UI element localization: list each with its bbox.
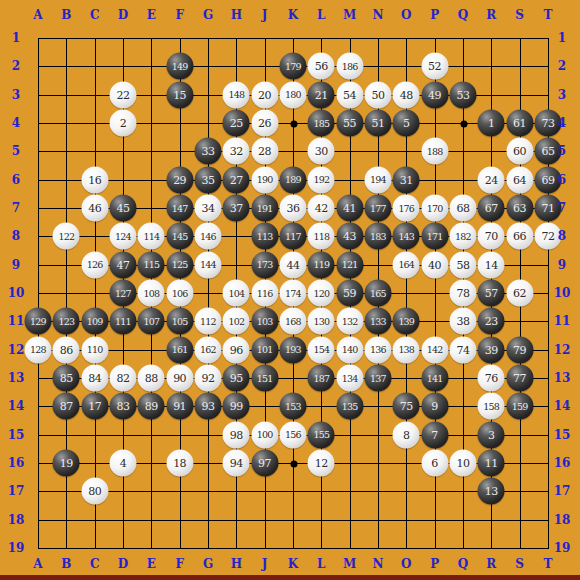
- stone-white-74[interactable]: 74: [449, 336, 476, 363]
- point-f8[interactable]: 145: [165, 222, 193, 250]
- point-d8[interactable]: 124: [109, 222, 137, 250]
- stone-white-154[interactable]: 154: [308, 336, 335, 363]
- point-q17[interactable]: [449, 477, 477, 505]
- stone-black-37[interactable]: 37: [223, 194, 250, 221]
- point-e11[interactable]: 107: [137, 307, 165, 335]
- stone-black-113[interactable]: 113: [251, 223, 278, 250]
- stone-white-174[interactable]: 174: [279, 279, 306, 306]
- point-r10[interactable]: 57: [477, 279, 505, 307]
- stone-white-62[interactable]: 62: [506, 279, 533, 306]
- stone-white-86[interactable]: 86: [53, 336, 80, 363]
- stone-black-21[interactable]: 21: [308, 81, 335, 108]
- point-p1[interactable]: [420, 24, 448, 52]
- point-q4[interactable]: [449, 109, 477, 137]
- point-s15[interactable]: [505, 420, 533, 448]
- point-c16[interactable]: [80, 449, 108, 477]
- point-o13[interactable]: [392, 364, 420, 392]
- stone-white-84[interactable]: 84: [81, 364, 108, 391]
- stone-black-25[interactable]: 25: [223, 109, 250, 136]
- stone-black-153[interactable]: 153: [279, 393, 306, 420]
- point-g16[interactable]: [194, 449, 222, 477]
- point-l18[interactable]: [307, 505, 335, 533]
- stone-black-51[interactable]: 51: [364, 109, 391, 136]
- point-d15[interactable]: [109, 420, 137, 448]
- point-m13[interactable]: 134: [335, 364, 363, 392]
- stone-black-43[interactable]: 43: [336, 223, 363, 250]
- point-h10[interactable]: 104: [222, 279, 250, 307]
- stone-white-106[interactable]: 106: [166, 279, 193, 306]
- point-m3[interactable]: 54: [335, 80, 363, 108]
- stone-black-177[interactable]: 177: [364, 194, 391, 221]
- point-j16[interactable]: 97: [250, 449, 278, 477]
- point-b15[interactable]: [52, 420, 80, 448]
- stone-black-193[interactable]: 193: [279, 336, 306, 363]
- stone-black-117[interactable]: 117: [279, 223, 306, 250]
- point-m7[interactable]: 41: [335, 194, 363, 222]
- stone-white-46[interactable]: 46: [81, 194, 108, 221]
- stone-black-93[interactable]: 93: [194, 393, 221, 420]
- stone-white-42[interactable]: 42: [308, 194, 335, 221]
- stone-white-98[interactable]: 98: [223, 421, 250, 448]
- point-b9[interactable]: [52, 250, 80, 278]
- point-j11[interactable]: 103: [250, 307, 278, 335]
- point-c6[interactable]: 16: [80, 165, 108, 193]
- stone-white-88[interactable]: 88: [138, 364, 165, 391]
- point-d11[interactable]: 111: [109, 307, 137, 335]
- stone-white-156[interactable]: 156: [279, 421, 306, 448]
- point-o18[interactable]: [392, 505, 420, 533]
- point-h9[interactable]: [222, 250, 250, 278]
- stone-white-112[interactable]: 112: [194, 308, 221, 335]
- point-j13[interactable]: 151: [250, 364, 278, 392]
- stone-black-91[interactable]: 91: [166, 393, 193, 420]
- point-p17[interactable]: [420, 477, 448, 505]
- point-o1[interactable]: [392, 24, 420, 52]
- point-s18[interactable]: [505, 505, 533, 533]
- stone-black-189[interactable]: 189: [279, 166, 306, 193]
- point-c1[interactable]: [80, 24, 108, 52]
- point-b7[interactable]: [52, 194, 80, 222]
- stone-white-118[interactable]: 118: [308, 223, 335, 250]
- stone-black-55[interactable]: 55: [336, 109, 363, 136]
- point-s7[interactable]: 63: [505, 194, 533, 222]
- point-a14[interactable]: [24, 392, 52, 420]
- point-d3[interactable]: 22: [109, 80, 137, 108]
- point-d5[interactable]: [109, 137, 137, 165]
- stone-black-159[interactable]: 159: [506, 393, 533, 420]
- stone-white-28[interactable]: 28: [251, 138, 278, 165]
- stone-white-170[interactable]: 170: [421, 194, 448, 221]
- point-h2[interactable]: [222, 52, 250, 80]
- stone-black-67[interactable]: 67: [478, 194, 505, 221]
- stone-black-63[interactable]: 63: [506, 194, 533, 221]
- point-c7[interactable]: 46: [80, 194, 108, 222]
- point-l1[interactable]: [307, 24, 335, 52]
- stone-black-33[interactable]: 33: [194, 138, 221, 165]
- stone-black-183[interactable]: 183: [364, 223, 391, 250]
- point-c2[interactable]: [80, 52, 108, 80]
- point-j2[interactable]: [250, 52, 278, 80]
- stone-white-26[interactable]: 26: [251, 109, 278, 136]
- point-a3[interactable]: [24, 80, 52, 108]
- point-l6[interactable]: 192: [307, 165, 335, 193]
- point-e15[interactable]: [137, 420, 165, 448]
- point-l15[interactable]: 155: [307, 420, 335, 448]
- point-d1[interactable]: [109, 24, 137, 52]
- point-j6[interactable]: 190: [250, 165, 278, 193]
- stone-white-110[interactable]: 110: [81, 336, 108, 363]
- stone-white-68[interactable]: 68: [449, 194, 476, 221]
- point-n9[interactable]: [364, 250, 392, 278]
- point-b16[interactable]: 19: [52, 449, 80, 477]
- point-k17[interactable]: [279, 477, 307, 505]
- point-h13[interactable]: 95: [222, 364, 250, 392]
- stone-black-97[interactable]: 97: [251, 449, 278, 476]
- point-o8[interactable]: 143: [392, 222, 420, 250]
- stone-white-32[interactable]: 32: [223, 138, 250, 165]
- point-e10[interactable]: 108: [137, 279, 165, 307]
- stone-white-48[interactable]: 48: [393, 81, 420, 108]
- point-g13[interactable]: 92: [194, 364, 222, 392]
- point-s8[interactable]: 66: [505, 222, 533, 250]
- stone-white-100[interactable]: 100: [251, 421, 278, 448]
- point-j15[interactable]: 100: [250, 420, 278, 448]
- stone-white-80[interactable]: 80: [81, 478, 108, 505]
- point-n8[interactable]: 183: [364, 222, 392, 250]
- stone-white-120[interactable]: 120: [308, 279, 335, 306]
- point-o4[interactable]: 5: [392, 109, 420, 137]
- point-e4[interactable]: [137, 109, 165, 137]
- point-e3[interactable]: [137, 80, 165, 108]
- point-k4[interactable]: [279, 109, 307, 137]
- stone-white-158[interactable]: 158: [478, 393, 505, 420]
- point-e13[interactable]: 88: [137, 364, 165, 392]
- point-r5[interactable]: [477, 137, 505, 165]
- point-r15[interactable]: 3: [477, 420, 505, 448]
- stone-white-104[interactable]: 104: [223, 279, 250, 306]
- point-p12[interactable]: 142: [420, 335, 448, 363]
- stone-black-61[interactable]: 61: [506, 109, 533, 136]
- stone-white-10[interactable]: 10: [449, 449, 476, 476]
- stone-white-24[interactable]: 24: [478, 166, 505, 193]
- point-f18[interactable]: [165, 505, 193, 533]
- stone-white-34[interactable]: 34: [194, 194, 221, 221]
- point-h1[interactable]: [222, 24, 250, 52]
- stone-white-180[interactable]: 180: [279, 81, 306, 108]
- point-g3[interactable]: [194, 80, 222, 108]
- point-j4[interactable]: 26: [250, 109, 278, 137]
- point-d4[interactable]: 2: [109, 109, 137, 137]
- stone-black-13[interactable]: 13: [478, 478, 505, 505]
- point-f14[interactable]: 91: [165, 392, 193, 420]
- stone-white-148[interactable]: 148: [223, 81, 250, 108]
- point-c18[interactable]: [80, 505, 108, 533]
- point-f11[interactable]: 105: [165, 307, 193, 335]
- point-f7[interactable]: 147: [165, 194, 193, 222]
- point-d14[interactable]: 83: [109, 392, 137, 420]
- point-p18[interactable]: [420, 505, 448, 533]
- point-a16[interactable]: [24, 449, 52, 477]
- point-f1[interactable]: [165, 24, 193, 52]
- point-r9[interactable]: 14: [477, 250, 505, 278]
- point-o5[interactable]: [392, 137, 420, 165]
- point-c14[interactable]: 17: [80, 392, 108, 420]
- point-j12[interactable]: 101: [250, 335, 278, 363]
- stone-white-116[interactable]: 116: [251, 279, 278, 306]
- point-s14[interactable]: 159: [505, 392, 533, 420]
- point-c3[interactable]: [80, 80, 108, 108]
- point-c10[interactable]: [80, 279, 108, 307]
- stone-white-12[interactable]: 12: [308, 449, 335, 476]
- point-p16[interactable]: 6: [420, 449, 448, 477]
- stone-white-94[interactable]: 94: [223, 449, 250, 476]
- stone-black-173[interactable]: 173: [251, 251, 278, 278]
- point-l8[interactable]: 118: [307, 222, 335, 250]
- stone-black-125[interactable]: 125: [166, 251, 193, 278]
- stone-white-82[interactable]: 82: [109, 364, 136, 391]
- stone-white-20[interactable]: 20: [251, 81, 278, 108]
- stone-black-23[interactable]: 23: [478, 308, 505, 335]
- stone-black-3[interactable]: 3: [478, 421, 505, 448]
- point-o12[interactable]: 138: [392, 335, 420, 363]
- point-k10[interactable]: 174: [279, 279, 307, 307]
- point-b4[interactable]: [52, 109, 80, 137]
- point-a18[interactable]: [24, 505, 52, 533]
- point-l2[interactable]: 56: [307, 52, 335, 80]
- point-l9[interactable]: 119: [307, 250, 335, 278]
- point-n6[interactable]: 194: [364, 165, 392, 193]
- stone-black-9[interactable]: 9: [421, 393, 448, 420]
- point-l10[interactable]: 120: [307, 279, 335, 307]
- point-l17[interactable]: [307, 477, 335, 505]
- point-g18[interactable]: [194, 505, 222, 533]
- point-s9[interactable]: [505, 250, 533, 278]
- stone-white-60[interactable]: 60: [506, 138, 533, 165]
- point-d6[interactable]: [109, 165, 137, 193]
- point-n7[interactable]: 177: [364, 194, 392, 222]
- point-c9[interactable]: 126: [80, 250, 108, 278]
- point-s10[interactable]: 62: [505, 279, 533, 307]
- point-o11[interactable]: 139: [392, 307, 420, 335]
- point-f13[interactable]: 90: [165, 364, 193, 392]
- point-q10[interactable]: 78: [449, 279, 477, 307]
- point-f10[interactable]: 106: [165, 279, 193, 307]
- point-r16[interactable]: 11: [477, 449, 505, 477]
- point-g4[interactable]: [194, 109, 222, 137]
- stone-black-107[interactable]: 107: [138, 308, 165, 335]
- point-s3[interactable]: [505, 80, 533, 108]
- point-d2[interactable]: [109, 52, 137, 80]
- point-q15[interactable]: [449, 420, 477, 448]
- point-e6[interactable]: [137, 165, 165, 193]
- point-r12[interactable]: 39: [477, 335, 505, 363]
- point-r1[interactable]: [477, 24, 505, 52]
- stone-white-102[interactable]: 102: [223, 308, 250, 335]
- stone-black-27[interactable]: 27: [223, 166, 250, 193]
- point-f12[interactable]: 161: [165, 335, 193, 363]
- point-k15[interactable]: 156: [279, 420, 307, 448]
- point-m1[interactable]: [335, 24, 363, 52]
- stone-white-2[interactable]: 2: [109, 109, 136, 136]
- point-c8[interactable]: [80, 222, 108, 250]
- stone-white-36[interactable]: 36: [279, 194, 306, 221]
- point-f2[interactable]: 149: [165, 52, 193, 80]
- point-d13[interactable]: 82: [109, 364, 137, 392]
- stone-black-179[interactable]: 179: [279, 53, 306, 80]
- point-g7[interactable]: 34: [194, 194, 222, 222]
- stone-black-151[interactable]: 151: [251, 364, 278, 391]
- point-a4[interactable]: [24, 109, 52, 137]
- point-r4[interactable]: 1: [477, 109, 505, 137]
- point-e16[interactable]: [137, 449, 165, 477]
- point-a6[interactable]: [24, 165, 52, 193]
- point-g14[interactable]: 93: [194, 392, 222, 420]
- point-b12[interactable]: 86: [52, 335, 80, 363]
- stone-black-99[interactable]: 99: [223, 393, 250, 420]
- point-n4[interactable]: 51: [364, 109, 392, 137]
- stone-black-155[interactable]: 155: [308, 421, 335, 448]
- point-n15[interactable]: [364, 420, 392, 448]
- point-n14[interactable]: [364, 392, 392, 420]
- point-d7[interactable]: 45: [109, 194, 137, 222]
- point-c17[interactable]: 80: [80, 477, 108, 505]
- stone-black-7[interactable]: 7: [421, 421, 448, 448]
- point-h4[interactable]: 25: [222, 109, 250, 137]
- point-s12[interactable]: 79: [505, 335, 533, 363]
- stone-black-35[interactable]: 35: [194, 166, 221, 193]
- stone-black-129[interactable]: 129: [24, 308, 51, 335]
- point-k1[interactable]: [279, 24, 307, 52]
- stone-black-111[interactable]: 111: [109, 308, 136, 335]
- point-q6[interactable]: [449, 165, 477, 193]
- point-g9[interactable]: 144: [194, 250, 222, 278]
- stone-white-186[interactable]: 186: [336, 53, 363, 80]
- point-q13[interactable]: [449, 364, 477, 392]
- stone-black-53[interactable]: 53: [449, 81, 476, 108]
- point-e9[interactable]: 115: [137, 250, 165, 278]
- point-p10[interactable]: [420, 279, 448, 307]
- stone-black-47[interactable]: 47: [109, 251, 136, 278]
- point-b5[interactable]: [52, 137, 80, 165]
- point-a13[interactable]: [24, 364, 52, 392]
- point-f16[interactable]: 18: [165, 449, 193, 477]
- stone-black-49[interactable]: 49: [421, 81, 448, 108]
- point-a11[interactable]: 129: [24, 307, 52, 335]
- stone-white-128[interactable]: 128: [24, 336, 51, 363]
- stone-black-85[interactable]: 85: [53, 364, 80, 391]
- point-s4[interactable]: 61: [505, 109, 533, 137]
- point-s5[interactable]: 60: [505, 137, 533, 165]
- point-p13[interactable]: 141: [420, 364, 448, 392]
- point-r13[interactable]: 76: [477, 364, 505, 392]
- stone-white-96[interactable]: 96: [223, 336, 250, 363]
- point-m17[interactable]: [335, 477, 363, 505]
- stone-black-149[interactable]: 149: [166, 53, 193, 80]
- point-b6[interactable]: [52, 165, 80, 193]
- point-q18[interactable]: [449, 505, 477, 533]
- point-j1[interactable]: [250, 24, 278, 52]
- point-d10[interactable]: 127: [109, 279, 137, 307]
- point-k16[interactable]: [279, 449, 307, 477]
- point-m12[interactable]: 140: [335, 335, 363, 363]
- point-a2[interactable]: [24, 52, 52, 80]
- stone-black-57[interactable]: 57: [478, 279, 505, 306]
- point-h3[interactable]: 148: [222, 80, 250, 108]
- point-o17[interactable]: [392, 477, 420, 505]
- point-c13[interactable]: 84: [80, 364, 108, 392]
- stone-black-171[interactable]: 171: [421, 223, 448, 250]
- point-p14[interactable]: 9: [420, 392, 448, 420]
- stone-black-15[interactable]: 15: [166, 81, 193, 108]
- point-a17[interactable]: [24, 477, 52, 505]
- point-q9[interactable]: 58: [449, 250, 477, 278]
- point-j14[interactable]: [250, 392, 278, 420]
- stone-black-89[interactable]: 89: [138, 393, 165, 420]
- point-q1[interactable]: [449, 24, 477, 52]
- point-l13[interactable]: 187: [307, 364, 335, 392]
- point-g2[interactable]: [194, 52, 222, 80]
- point-k2[interactable]: 179: [279, 52, 307, 80]
- stone-white-18[interactable]: 18: [166, 449, 193, 476]
- stone-white-90[interactable]: 90: [166, 364, 193, 391]
- point-s13[interactable]: 77: [505, 364, 533, 392]
- point-p9[interactable]: 40: [420, 250, 448, 278]
- point-s16[interactable]: [505, 449, 533, 477]
- stone-black-137[interactable]: 137: [364, 364, 391, 391]
- point-b8[interactable]: 122: [52, 222, 80, 250]
- point-f4[interactable]: [165, 109, 193, 137]
- stone-white-16[interactable]: 16: [81, 166, 108, 193]
- point-l14[interactable]: [307, 392, 335, 420]
- stone-black-109[interactable]: 109: [81, 308, 108, 335]
- point-h8[interactable]: [222, 222, 250, 250]
- stone-white-114[interactable]: 114: [138, 223, 165, 250]
- point-f9[interactable]: 125: [165, 250, 193, 278]
- stone-black-83[interactable]: 83: [109, 393, 136, 420]
- point-p3[interactable]: 49: [420, 80, 448, 108]
- stone-white-38[interactable]: 38: [449, 308, 476, 335]
- point-n10[interactable]: 165: [364, 279, 392, 307]
- point-k5[interactable]: [279, 137, 307, 165]
- point-a5[interactable]: [24, 137, 52, 165]
- point-n2[interactable]: [364, 52, 392, 80]
- point-q12[interactable]: 74: [449, 335, 477, 363]
- point-q2[interactable]: [449, 52, 477, 80]
- point-l3[interactable]: 21: [307, 80, 335, 108]
- stone-white-14[interactable]: 14: [478, 251, 505, 278]
- stone-white-132[interactable]: 132: [336, 308, 363, 335]
- stone-white-76[interactable]: 76: [478, 364, 505, 391]
- point-l4[interactable]: 185: [307, 109, 335, 137]
- stone-white-66[interactable]: 66: [506, 223, 533, 250]
- stone-black-41[interactable]: 41: [336, 194, 363, 221]
- point-q16[interactable]: 10: [449, 449, 477, 477]
- point-o6[interactable]: 31: [392, 165, 420, 193]
- point-q3[interactable]: 53: [449, 80, 477, 108]
- stone-white-78[interactable]: 78: [449, 279, 476, 306]
- point-m5[interactable]: [335, 137, 363, 165]
- stone-white-144[interactable]: 144: [194, 251, 221, 278]
- point-b1[interactable]: [52, 24, 80, 52]
- stone-black-141[interactable]: 141: [421, 364, 448, 391]
- stone-black-75[interactable]: 75: [393, 393, 420, 420]
- point-l5[interactable]: 30: [307, 137, 335, 165]
- stone-white-140[interactable]: 140: [336, 336, 363, 363]
- stone-white-126[interactable]: 126: [81, 251, 108, 278]
- point-n5[interactable]: [364, 137, 392, 165]
- stone-black-147[interactable]: 147: [166, 194, 193, 221]
- point-l7[interactable]: 42: [307, 194, 335, 222]
